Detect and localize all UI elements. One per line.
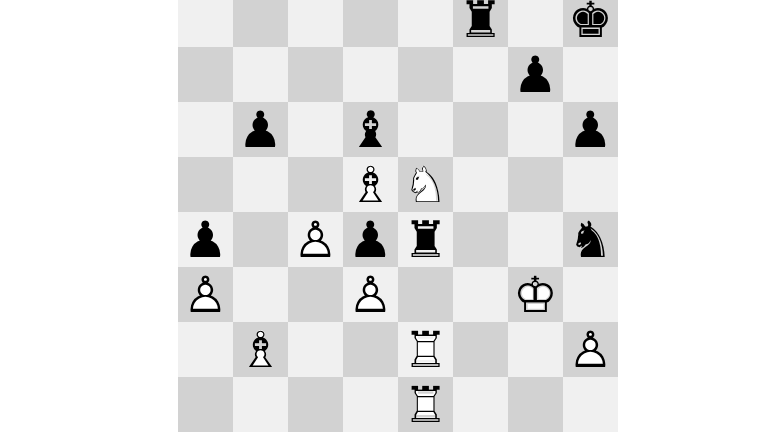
page-background: ♜♚♟♟♝♟♝♗♞♘♟♟♙♟♜♞♟♙♟♙♚♔♝♗♜♖♟♙♜♖ — [0, 0, 768, 432]
square-b8[interactable] — [233, 0, 288, 47]
square-e6[interactable] — [398, 102, 453, 157]
square-d6[interactable]: ♝ — [343, 102, 398, 157]
square-e1[interactable]: ♜♖ — [398, 377, 453, 432]
black-pawn: ♟ — [233, 102, 288, 157]
square-a6[interactable] — [178, 102, 233, 157]
square-d4[interactable]: ♟ — [343, 212, 398, 267]
black-pawn: ♟ — [508, 47, 563, 102]
square-d3[interactable]: ♟♙ — [343, 267, 398, 322]
square-c2[interactable] — [288, 322, 343, 377]
chess-board: ♜♚♟♟♝♟♝♗♞♘♟♟♙♟♜♞♟♙♟♙♚♔♝♗♜♖♟♙♜♖ — [178, 0, 618, 432]
white-pawn: ♟♙ — [563, 322, 618, 377]
square-h3[interactable] — [563, 267, 618, 322]
square-e4[interactable]: ♜ — [398, 212, 453, 267]
square-g1[interactable] — [508, 377, 563, 432]
white-bishop: ♝♗ — [233, 322, 288, 377]
black-rook: ♜ — [398, 212, 453, 267]
square-e7[interactable] — [398, 47, 453, 102]
white-piece-outline: ♙ — [348, 270, 393, 320]
square-g7[interactable]: ♟ — [508, 47, 563, 102]
white-piece-outline: ♙ — [293, 215, 338, 265]
square-c4[interactable]: ♟♙ — [288, 212, 343, 267]
white-pawn: ♟♙ — [343, 267, 398, 322]
square-h6[interactable]: ♟ — [563, 102, 618, 157]
white-pawn: ♟♙ — [178, 267, 233, 322]
square-g4[interactable] — [508, 212, 563, 267]
square-e8[interactable] — [398, 0, 453, 47]
square-f2[interactable] — [453, 322, 508, 377]
square-a7[interactable] — [178, 47, 233, 102]
square-f8[interactable]: ♜ — [453, 0, 508, 47]
square-b3[interactable] — [233, 267, 288, 322]
black-king: ♚ — [563, 0, 618, 47]
white-king: ♚♔ — [508, 267, 563, 322]
square-h7[interactable] — [563, 47, 618, 102]
square-f6[interactable] — [453, 102, 508, 157]
black-bishop: ♝ — [343, 102, 398, 157]
square-g6[interactable] — [508, 102, 563, 157]
black-piece-glyph: ♜ — [458, 0, 503, 45]
square-h1[interactable] — [563, 377, 618, 432]
square-f1[interactable] — [453, 377, 508, 432]
square-f4[interactable] — [453, 212, 508, 267]
black-piece-glyph: ♞ — [568, 215, 613, 265]
square-g3[interactable]: ♚♔ — [508, 267, 563, 322]
square-g2[interactable] — [508, 322, 563, 377]
square-c8[interactable] — [288, 0, 343, 47]
square-d7[interactable] — [343, 47, 398, 102]
square-d5[interactable]: ♝♗ — [343, 157, 398, 212]
square-a1[interactable] — [178, 377, 233, 432]
square-b1[interactable] — [233, 377, 288, 432]
black-piece-glyph: ♟ — [568, 105, 613, 155]
square-h2[interactable]: ♟♙ — [563, 322, 618, 377]
square-b7[interactable] — [233, 47, 288, 102]
white-bishop: ♝♗ — [343, 157, 398, 212]
white-piece-outline: ♗ — [238, 325, 283, 375]
white-knight: ♞♘ — [398, 157, 453, 212]
black-pawn: ♟ — [563, 102, 618, 157]
square-f3[interactable] — [453, 267, 508, 322]
square-a8[interactable] — [178, 0, 233, 47]
black-piece-glyph: ♟ — [348, 215, 393, 265]
square-c3[interactable] — [288, 267, 343, 322]
white-piece-outline: ♖ — [403, 325, 448, 375]
square-d8[interactable] — [343, 0, 398, 47]
square-b2[interactable]: ♝♗ — [233, 322, 288, 377]
square-c5[interactable] — [288, 157, 343, 212]
square-a3[interactable]: ♟♙ — [178, 267, 233, 322]
black-piece-glyph: ♟ — [183, 215, 228, 265]
black-piece-glyph: ♚ — [568, 0, 613, 45]
white-piece-outline: ♖ — [403, 380, 448, 430]
square-a5[interactable] — [178, 157, 233, 212]
square-d1[interactable] — [343, 377, 398, 432]
white-piece-outline: ♔ — [513, 270, 558, 320]
white-rook: ♜♖ — [398, 322, 453, 377]
square-a2[interactable] — [178, 322, 233, 377]
square-f5[interactable] — [453, 157, 508, 212]
white-pawn: ♟♙ — [288, 212, 343, 267]
white-piece-outline: ♙ — [568, 325, 613, 375]
square-h8[interactable]: ♚ — [563, 0, 618, 47]
square-c6[interactable] — [288, 102, 343, 157]
square-c1[interactable] — [288, 377, 343, 432]
black-piece-glyph: ♟ — [513, 50, 558, 100]
square-g8[interactable] — [508, 0, 563, 47]
square-e3[interactable] — [398, 267, 453, 322]
white-piece-outline: ♗ — [348, 160, 393, 210]
square-d2[interactable] — [343, 322, 398, 377]
square-b4[interactable] — [233, 212, 288, 267]
square-h4[interactable]: ♞ — [563, 212, 618, 267]
black-pawn: ♟ — [343, 212, 398, 267]
white-rook: ♜♖ — [398, 377, 453, 432]
square-g5[interactable] — [508, 157, 563, 212]
white-piece-outline: ♘ — [403, 160, 448, 210]
square-h5[interactable] — [563, 157, 618, 212]
square-e5[interactable]: ♞♘ — [398, 157, 453, 212]
square-b5[interactable] — [233, 157, 288, 212]
white-piece-outline: ♙ — [183, 270, 228, 320]
black-piece-glyph: ♝ — [348, 105, 393, 155]
square-e2[interactable]: ♜♖ — [398, 322, 453, 377]
black-piece-glyph: ♜ — [403, 215, 448, 265]
square-b6[interactable]: ♟ — [233, 102, 288, 157]
black-pawn: ♟ — [178, 212, 233, 267]
black-knight: ♞ — [563, 212, 618, 267]
square-a4[interactable]: ♟ — [178, 212, 233, 267]
black-rook: ♜ — [453, 0, 508, 47]
square-c7[interactable] — [288, 47, 343, 102]
square-f7[interactable] — [453, 47, 508, 102]
black-piece-glyph: ♟ — [238, 105, 283, 155]
